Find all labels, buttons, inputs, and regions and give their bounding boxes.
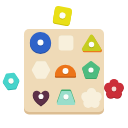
board-cell-r1c2 xyxy=(53,29,78,57)
board-cell-r1c3 xyxy=(79,29,104,57)
mint-trapezoid-piece[interactable] xyxy=(56,90,76,106)
red-flower-piece[interactable] xyxy=(104,79,124,99)
chartreuse-triangle-piece[interactable] xyxy=(81,33,102,52)
board-cell-r3c1 xyxy=(28,84,53,112)
yellow-square-piece[interactable] xyxy=(50,3,74,27)
shape-puzzle-scene xyxy=(0,0,128,128)
board-cell-r3c2 xyxy=(53,84,78,112)
board-cell-r2c3 xyxy=(79,57,104,85)
board-cell-r3c3 xyxy=(79,84,104,112)
board-cell-r1c1 xyxy=(28,29,53,57)
teal-hexagon-piece[interactable] xyxy=(1,71,21,91)
puzzle-board xyxy=(24,29,104,112)
board-cell-r2c1 xyxy=(28,57,53,85)
plum-heart-piece[interactable] xyxy=(31,89,51,107)
hexagon-recess xyxy=(31,60,51,80)
flower-recess xyxy=(81,88,102,109)
green-pentagon-piece[interactable] xyxy=(81,60,101,80)
blue-circle-piece[interactable] xyxy=(29,31,52,54)
orange-semicircle-piece[interactable] xyxy=(54,64,77,77)
square-recess xyxy=(57,34,75,52)
board-cell-r2c2 xyxy=(53,57,78,85)
